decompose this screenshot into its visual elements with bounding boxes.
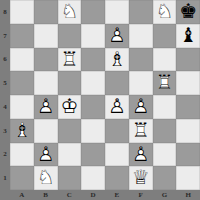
white-rook-g5[interactable]: ♜♖ [153,71,177,95]
white-queen-glyph: ♕ [129,166,153,190]
square-d4[interactable] [81,95,105,119]
square-e8[interactable] [105,0,129,24]
chess-board: ♞♘♞♘♚♟♙♝♜♖♝♗♜♖♟♙♚♔♟♙♟♙♝♗♜♖♟♙♟♙♞♘♛♕ [10,0,200,190]
square-g6[interactable] [153,48,177,72]
square-a3[interactable]: ♝♗ [10,119,34,143]
white-pawn-glyph: ♙ [129,143,153,167]
square-d5[interactable] [81,71,105,95]
white-knight-b1[interactable]: ♞♘ [34,166,58,190]
white-rook-glyph: ♖ [129,119,153,143]
square-h5[interactable] [176,71,200,95]
white-pawn-f4[interactable]: ♟♙ [129,95,153,119]
white-pawn-glyph: ♙ [34,95,58,119]
square-h1[interactable] [176,166,200,190]
black-bishop-glyph: ♝ [176,24,200,48]
file-label-h: H [176,190,200,200]
square-d6[interactable] [81,48,105,72]
square-f6[interactable] [129,48,153,72]
white-knight-glyph: ♘ [153,0,177,24]
file-label-e: E [105,190,129,200]
black-king-glyph: ♚ [176,0,200,24]
square-c3[interactable] [58,119,82,143]
white-knight-g8[interactable]: ♞♘ [153,0,177,24]
file-label-g: G [153,190,177,200]
square-a4[interactable] [10,95,34,119]
white-rook-glyph: ♖ [58,48,82,72]
square-h6[interactable] [176,48,200,72]
square-g4[interactable] [153,95,177,119]
square-g2[interactable] [153,143,177,167]
square-d2[interactable] [81,143,105,167]
square-f2[interactable]: ♟♙ [129,143,153,167]
white-rook-glyph: ♖ [153,71,177,95]
square-f3[interactable]: ♜♖ [129,119,153,143]
square-b3[interactable] [34,119,58,143]
square-d8[interactable] [81,0,105,24]
rank-label-4: 4 [0,95,10,119]
square-c5[interactable] [58,71,82,95]
white-bishop-glyph: ♗ [105,48,129,72]
white-pawn-e4[interactable]: ♟♙ [105,95,129,119]
square-b7[interactable] [34,24,58,48]
file-labels: ABCDEFGH [10,190,200,200]
square-b8[interactable] [34,0,58,24]
square-b2[interactable]: ♟♙ [34,143,58,167]
black-bishop-h7[interactable]: ♝ [176,24,200,48]
rank-label-6: 6 [0,48,10,72]
square-d7[interactable] [81,24,105,48]
square-a7[interactable] [10,24,34,48]
square-g5[interactable]: ♜♖ [153,71,177,95]
square-h2[interactable] [176,143,200,167]
white-pawn-glyph: ♙ [34,143,58,167]
file-label-b: B [34,190,58,200]
square-e3[interactable] [105,119,129,143]
square-e5[interactable] [105,71,129,95]
square-g1[interactable] [153,166,177,190]
white-pawn-e7[interactable]: ♟♙ [105,24,129,48]
white-rook-f3[interactable]: ♜♖ [129,119,153,143]
square-c4[interactable]: ♚♔ [58,95,82,119]
square-b5[interactable] [34,71,58,95]
square-a5[interactable] [10,71,34,95]
square-b1[interactable]: ♞♘ [34,166,58,190]
white-knight-glyph: ♘ [58,0,82,24]
corner-spacer [0,190,10,200]
rank-label-2: 2 [0,143,10,167]
white-rook-c6[interactable]: ♜♖ [58,48,82,72]
square-f8[interactable] [129,0,153,24]
square-c8[interactable]: ♞♘ [58,0,82,24]
square-f5[interactable] [129,71,153,95]
white-queen-f1[interactable]: ♛♕ [129,166,153,190]
square-g8[interactable]: ♞♘ [153,0,177,24]
square-h4[interactable] [176,95,200,119]
white-king-c4[interactable]: ♚♔ [58,95,82,119]
square-a6[interactable] [10,48,34,72]
rank-label-1: 1 [0,166,10,190]
square-h3[interactable] [176,119,200,143]
white-pawn-b4[interactable]: ♟♙ [34,95,58,119]
square-e4[interactable]: ♟♙ [105,95,129,119]
white-pawn-glyph: ♙ [105,24,129,48]
square-b6[interactable] [34,48,58,72]
square-g3[interactable] [153,119,177,143]
square-f1[interactable]: ♛♕ [129,166,153,190]
black-king-h8[interactable]: ♚ [176,0,200,24]
white-pawn-f2[interactable]: ♟♙ [129,143,153,167]
square-d1[interactable] [81,166,105,190]
square-a8[interactable] [10,0,34,24]
square-f7[interactable] [129,24,153,48]
square-b4[interactable]: ♟♙ [34,95,58,119]
square-e7[interactable]: ♟♙ [105,24,129,48]
square-e6[interactable]: ♝♗ [105,48,129,72]
rank-label-7: 7 [0,24,10,48]
white-knight-c8[interactable]: ♞♘ [58,0,82,24]
square-c2[interactable] [58,143,82,167]
square-c6[interactable]: ♜♖ [58,48,82,72]
white-bishop-a3[interactable]: ♝♗ [10,119,34,143]
square-d3[interactable] [81,119,105,143]
chess-diagram: 87654321 ♞♘♞♘♚♟♙♝♜♖♝♗♜♖♟♙♚♔♟♙♟♙♝♗♜♖♟♙♟♙♞… [0,0,200,200]
white-king-glyph: ♔ [58,95,82,119]
rank-label-5: 5 [0,71,10,95]
rank-label-8: 8 [0,0,10,24]
square-c7[interactable] [58,24,82,48]
square-c1[interactable] [58,166,82,190]
square-e2[interactable] [105,143,129,167]
file-label-d: D [81,190,105,200]
white-bishop-e6[interactable]: ♝♗ [105,48,129,72]
square-h7[interactable]: ♝ [176,24,200,48]
file-label-f: F [129,190,153,200]
file-label-a: A [10,190,34,200]
square-a2[interactable] [10,143,34,167]
rank-labels: 87654321 [0,0,10,190]
white-bishop-glyph: ♗ [10,119,34,143]
square-e1[interactable] [105,166,129,190]
white-knight-glyph: ♘ [34,166,58,190]
white-pawn-glyph: ♙ [105,95,129,119]
square-h8[interactable]: ♚ [176,0,200,24]
white-pawn-glyph: ♙ [129,95,153,119]
square-f4[interactable]: ♟♙ [129,95,153,119]
file-label-c: C [58,190,82,200]
white-pawn-b2[interactable]: ♟♙ [34,143,58,167]
square-a1[interactable] [10,166,34,190]
rank-label-3: 3 [0,119,10,143]
square-g7[interactable] [153,24,177,48]
